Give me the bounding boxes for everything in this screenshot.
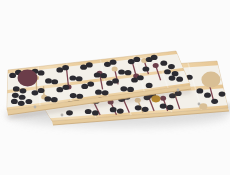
top-board-black-pip bbox=[143, 66, 150, 71]
top-board-black-pip bbox=[125, 70, 132, 75]
top-board-black-pip bbox=[81, 84, 88, 89]
top-board-black-pip bbox=[70, 93, 77, 98]
top-board-pin-head-maroon bbox=[153, 63, 159, 68]
top-board-screw bbox=[177, 89, 180, 92]
bottom-board-screw bbox=[61, 114, 64, 117]
top-board-black-pip bbox=[69, 75, 76, 80]
top-board-black-pip bbox=[38, 70, 45, 75]
bottom-board-black-pip bbox=[92, 110, 99, 115]
top-board-black-pip bbox=[20, 88, 27, 93]
bottom-board-black-pip bbox=[211, 99, 218, 104]
top-board-black-pip bbox=[9, 73, 16, 78]
top-board-black-pip bbox=[95, 90, 102, 95]
top-board-black-pip bbox=[94, 72, 101, 77]
bottom-board-black-pip bbox=[117, 109, 124, 114]
top-board-black-pip bbox=[18, 101, 25, 106]
top-board-black-pip bbox=[62, 85, 69, 90]
top-board-black-pip bbox=[146, 83, 153, 88]
top-board-black-pip bbox=[168, 64, 175, 69]
top-board-black-pip bbox=[102, 90, 109, 95]
product-photo-scene bbox=[0, 0, 230, 175]
top-board-black-pip bbox=[137, 75, 144, 80]
top-board-black-pip bbox=[12, 93, 19, 98]
board-photo-svg bbox=[0, 0, 230, 175]
bottom-board-screw bbox=[198, 103, 201, 106]
bottom-board-black-pip bbox=[66, 110, 73, 115]
top-board-black-pip bbox=[87, 82, 94, 87]
top-board-black-pip bbox=[45, 78, 52, 83]
bottom-board-black-pip bbox=[142, 107, 149, 112]
top-board-screw bbox=[34, 106, 37, 109]
top-board-black-pip bbox=[106, 81, 113, 86]
top-board-black-pip bbox=[38, 88, 45, 93]
top-board-black-pip bbox=[164, 69, 171, 74]
bottom-board-black-pip bbox=[85, 109, 92, 114]
top-board-black-pip bbox=[160, 61, 167, 66]
top-board-black-pip bbox=[32, 90, 39, 95]
top-board-black-pip bbox=[56, 67, 63, 72]
top-board-black-pip bbox=[127, 87, 134, 92]
top-board-black-pip bbox=[13, 86, 20, 91]
top-board-black-pip bbox=[11, 99, 18, 104]
top-board-black-pip bbox=[86, 62, 93, 67]
bottom-board-black-pip bbox=[219, 91, 226, 96]
top-board-black-pip bbox=[62, 65, 69, 70]
top-board-black-pip bbox=[110, 60, 117, 65]
top-board-maroon-big-circle bbox=[18, 70, 38, 87]
top-board-black-pip bbox=[176, 77, 183, 82]
top-board-pin-head-beige bbox=[112, 67, 118, 72]
top-board-black-pip bbox=[118, 69, 125, 74]
top-board-black-pip bbox=[51, 79, 58, 84]
top-board-black-pip bbox=[131, 77, 138, 82]
bottom-board-beige-circle bbox=[199, 103, 207, 109]
top-board-black-pip bbox=[76, 94, 83, 99]
bottom-board-black-pip bbox=[135, 105, 142, 110]
top-board-black-pip bbox=[169, 75, 176, 80]
top-board-black-pip bbox=[100, 73, 107, 78]
top-board-black-pip bbox=[51, 97, 58, 102]
top-board-black-pip bbox=[133, 57, 140, 62]
bottom-board-black-pip bbox=[204, 93, 211, 98]
top-board-black-pip bbox=[120, 86, 127, 91]
top-board-black-pip bbox=[25, 99, 32, 104]
bottom-board-black-pip bbox=[110, 107, 117, 112]
bottom-board-beige-big-circle bbox=[201, 72, 220, 88]
top-board-black-pip bbox=[151, 55, 158, 60]
bottom-board-black-pip bbox=[196, 88, 203, 93]
top-board-black-pip bbox=[19, 95, 26, 100]
bottom-board-black-pip bbox=[167, 105, 174, 110]
top-board-black-pip bbox=[112, 78, 119, 83]
top-board-black-pip bbox=[56, 87, 63, 92]
top-board-black-pip bbox=[44, 96, 51, 101]
top-board-black-pip bbox=[76, 76, 83, 81]
bottom-board-black-pip bbox=[160, 103, 167, 108]
